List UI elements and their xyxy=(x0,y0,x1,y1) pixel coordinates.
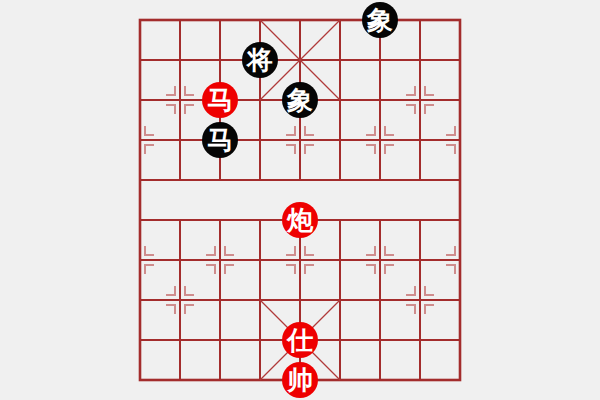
piece-red-cannon[interactable]: 炮 xyxy=(282,202,318,238)
piece-red-horse[interactable]: 马 xyxy=(202,82,238,118)
xiangqi-board: 象将马象马炮仕帅 xyxy=(0,0,600,400)
piece-black-elephant[interactable]: 象 xyxy=(282,82,318,118)
piece-red-advisor[interactable]: 仕 xyxy=(282,322,318,358)
pieces-layer: 象将马象马炮仕帅 xyxy=(120,0,480,400)
piece-red-general[interactable]: 帅 xyxy=(282,362,318,398)
piece-black-elephant[interactable]: 象 xyxy=(362,2,398,38)
piece-black-horse[interactable]: 马 xyxy=(202,122,238,158)
piece-black-general[interactable]: 将 xyxy=(242,42,278,78)
